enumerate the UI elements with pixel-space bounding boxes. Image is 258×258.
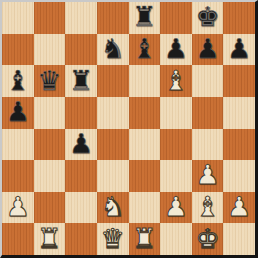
- square-d6[interactable]: [97, 65, 129, 97]
- square-g6[interactable]: [192, 65, 224, 97]
- square-c5[interactable]: [65, 97, 97, 129]
- piece-white-pawn: ♟: [6, 193, 30, 220]
- square-f7[interactable]: ♟: [160, 34, 192, 66]
- square-a5[interactable]: ♟: [2, 97, 34, 129]
- square-f1[interactable]: [160, 223, 192, 255]
- square-g7[interactable]: ♟: [192, 34, 224, 66]
- square-f6[interactable]: ♝: [160, 65, 192, 97]
- square-f3[interactable]: [160, 160, 192, 192]
- square-c2[interactable]: [65, 192, 97, 224]
- square-b4[interactable]: [34, 129, 66, 161]
- square-d5[interactable]: [97, 97, 129, 129]
- square-f2[interactable]: ♟: [160, 192, 192, 224]
- square-d3[interactable]: [97, 160, 129, 192]
- square-d1[interactable]: ♛: [97, 223, 129, 255]
- square-c6[interactable]: ♜: [65, 65, 97, 97]
- piece-black-pawn: ♟: [6, 98, 30, 125]
- piece-white-rook: ♜: [37, 225, 61, 252]
- square-h4[interactable]: [223, 129, 255, 161]
- square-f4[interactable]: [160, 129, 192, 161]
- square-h7[interactable]: ♟: [223, 34, 255, 66]
- square-b8[interactable]: [34, 2, 66, 34]
- square-a1[interactable]: [2, 223, 34, 255]
- square-g4[interactable]: [192, 129, 224, 161]
- square-b3[interactable]: [34, 160, 66, 192]
- square-c7[interactable]: [65, 34, 97, 66]
- piece-white-pawn: ♟: [227, 193, 251, 220]
- square-g1[interactable]: ♚: [192, 223, 224, 255]
- square-a3[interactable]: [2, 160, 34, 192]
- square-c1[interactable]: [65, 223, 97, 255]
- square-h3[interactable]: [223, 160, 255, 192]
- piece-white-rook: ♜: [132, 225, 156, 252]
- piece-black-knight: ♞: [101, 35, 125, 62]
- chess-board: ♜♚♞♝♟♟♟♝♛♜♝♟♟♟♟♞♟♝♟♜♛♜♚: [2, 2, 255, 255]
- piece-white-bishop: ♝: [195, 193, 219, 220]
- square-g5[interactable]: [192, 97, 224, 129]
- square-h6[interactable]: [223, 65, 255, 97]
- piece-white-bishop: ♝: [164, 67, 188, 94]
- piece-white-queen: ♛: [101, 225, 125, 252]
- piece-black-bishop: ♝: [132, 35, 156, 62]
- square-h5[interactable]: [223, 97, 255, 129]
- square-h8[interactable]: [223, 2, 255, 34]
- square-d2[interactable]: ♞: [97, 192, 129, 224]
- piece-black-bishop: ♝: [6, 67, 30, 94]
- piece-black-pawn: ♟: [227, 35, 251, 62]
- square-e2[interactable]: [129, 192, 161, 224]
- piece-white-king: ♚: [195, 225, 219, 252]
- piece-black-pawn: ♟: [164, 35, 188, 62]
- square-g2[interactable]: ♝: [192, 192, 224, 224]
- square-b7[interactable]: [34, 34, 66, 66]
- square-h2[interactable]: ♟: [223, 192, 255, 224]
- piece-black-pawn: ♟: [69, 130, 93, 157]
- square-a8[interactable]: [2, 2, 34, 34]
- piece-black-queen: ♛: [37, 67, 61, 94]
- square-g8[interactable]: ♚: [192, 2, 224, 34]
- piece-black-pawn: ♟: [195, 35, 219, 62]
- square-d8[interactable]: [97, 2, 129, 34]
- piece-white-pawn: ♟: [195, 161, 219, 188]
- square-b1[interactable]: ♜: [34, 223, 66, 255]
- square-c3[interactable]: [65, 160, 97, 192]
- piece-black-king: ♚: [195, 3, 219, 30]
- square-h1[interactable]: [223, 223, 255, 255]
- square-b5[interactable]: [34, 97, 66, 129]
- square-c4[interactable]: ♟: [65, 129, 97, 161]
- square-e4[interactable]: [129, 129, 161, 161]
- chess-board-frame: ♜♚♞♝♟♟♟♝♛♜♝♟♟♟♟♞♟♝♟♜♛♜♚: [0, 0, 258, 258]
- square-a4[interactable]: [2, 129, 34, 161]
- piece-white-knight: ♞: [101, 193, 125, 220]
- square-b6[interactable]: ♛: [34, 65, 66, 97]
- square-b2[interactable]: [34, 192, 66, 224]
- square-a6[interactable]: ♝: [2, 65, 34, 97]
- square-e5[interactable]: [129, 97, 161, 129]
- square-e8[interactable]: ♜: [129, 2, 161, 34]
- piece-black-rook: ♜: [69, 67, 93, 94]
- square-g3[interactable]: ♟: [192, 160, 224, 192]
- square-f5[interactable]: [160, 97, 192, 129]
- piece-black-rook: ♜: [132, 3, 156, 30]
- square-d7[interactable]: ♞: [97, 34, 129, 66]
- square-e3[interactable]: [129, 160, 161, 192]
- square-c8[interactable]: [65, 2, 97, 34]
- square-e7[interactable]: ♝: [129, 34, 161, 66]
- square-e6[interactable]: [129, 65, 161, 97]
- piece-white-pawn: ♟: [164, 193, 188, 220]
- square-f8[interactable]: [160, 2, 192, 34]
- square-d4[interactable]: [97, 129, 129, 161]
- square-a2[interactable]: ♟: [2, 192, 34, 224]
- square-e1[interactable]: ♜: [129, 223, 161, 255]
- square-a7[interactable]: [2, 34, 34, 66]
